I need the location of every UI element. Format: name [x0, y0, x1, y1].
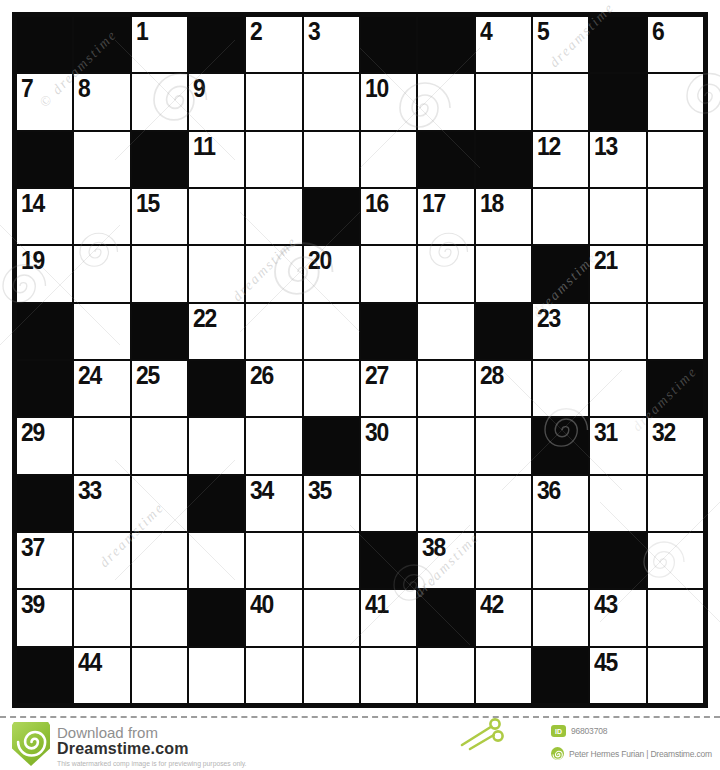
download-from-label: Download from [57, 724, 158, 741]
cell-r1c2 [74, 17, 129, 72]
cell-r7c4 [189, 361, 244, 416]
cell-r12c3[interactable] [132, 648, 187, 703]
cell-r8c11[interactable]: 31 [590, 418, 645, 473]
cell-r4c10[interactable] [533, 189, 588, 244]
clue-number: 38 [422, 534, 445, 561]
cut-line [0, 716, 720, 718]
cell-r1c6[interactable]: 3 [304, 17, 359, 72]
cell-r8c2[interactable] [74, 418, 129, 473]
cell-r9c3[interactable] [132, 476, 187, 531]
cell-r9c9[interactable] [476, 476, 531, 531]
cell-r12c8[interactable] [418, 648, 473, 703]
cell-r10c7 [361, 533, 416, 588]
cell-r8c7[interactable]: 30 [361, 418, 416, 473]
cell-r9c10[interactable]: 36 [533, 476, 588, 531]
cell-r6c8[interactable] [418, 304, 473, 359]
clue-number: 17 [422, 190, 445, 217]
cell-r10c3[interactable] [132, 533, 187, 588]
cell-r8c12[interactable]: 32 [648, 418, 703, 473]
cell-r3c7[interactable] [361, 132, 416, 187]
clue-number: 2 [250, 18, 261, 45]
clue-number: 24 [78, 362, 101, 389]
cell-r9c12[interactable] [648, 476, 703, 531]
cell-r3c3 [132, 132, 187, 187]
cell-r1c4 [189, 17, 244, 72]
cell-r6c6[interactable] [304, 304, 359, 359]
cell-r7c12 [648, 361, 703, 416]
clue-number: 22 [193, 305, 216, 332]
cell-r3c9 [476, 132, 531, 187]
cell-r12c7[interactable] [361, 648, 416, 703]
cell-r7c1 [17, 361, 72, 416]
cell-r2c7[interactable]: 10 [361, 74, 416, 129]
clue-number: 11 [193, 133, 215, 160]
cell-r8c5[interactable] [246, 418, 301, 473]
cell-r1c3[interactable]: 1 [132, 17, 187, 72]
cell-r9c7[interactable] [361, 476, 416, 531]
cell-r7c8[interactable] [418, 361, 473, 416]
clue-number: 20 [308, 247, 331, 274]
clue-number: 18 [480, 190, 503, 217]
cell-r11c3[interactable] [132, 590, 187, 645]
cell-r7c7[interactable]: 27 [361, 361, 416, 416]
cell-r8c1[interactable]: 29 [17, 418, 72, 473]
cell-r9c5[interactable]: 34 [246, 476, 301, 531]
cell-r4c9[interactable]: 18 [476, 189, 531, 244]
cell-r2c4[interactable]: 9 [189, 74, 244, 129]
cell-r8c3[interactable] [132, 418, 187, 473]
clue-number: 4 [480, 18, 491, 45]
cell-r4c2[interactable] [74, 189, 129, 244]
image-id-row: ID 96803708 [551, 725, 607, 737]
clue-number: 41 [365, 591, 388, 618]
cell-r2c1[interactable]: 7 [17, 74, 72, 129]
clue-number: 3 [308, 18, 319, 45]
cell-r2c11 [590, 74, 645, 129]
cell-r12c6[interactable] [304, 648, 359, 703]
cell-r12c11[interactable]: 45 [590, 648, 645, 703]
cell-r11c7[interactable]: 41 [361, 590, 416, 645]
cell-r1c9[interactable]: 4 [476, 17, 531, 72]
cell-r7c10[interactable] [533, 361, 588, 416]
cell-r6c2[interactable] [74, 304, 129, 359]
clue-number: 40 [250, 591, 273, 618]
cell-r4c11[interactable] [590, 189, 645, 244]
clue-number: 7 [21, 75, 32, 102]
clue-number: 15 [136, 190, 159, 217]
clue-number: 16 [365, 190, 388, 217]
cell-r6c5[interactable] [246, 304, 301, 359]
clue-number: 27 [365, 362, 388, 389]
cell-r10c12[interactable] [648, 533, 703, 588]
cell-r4c5[interactable] [246, 189, 301, 244]
cell-r5c5[interactable] [246, 246, 301, 301]
clue-number: 12 [537, 133, 560, 160]
cell-r1c1 [17, 17, 72, 72]
clue-number: 26 [250, 362, 273, 389]
disclaimer-text: This watermarked comp image is for previ… [57, 760, 247, 767]
cell-r2c3[interactable] [132, 74, 187, 129]
dreamstime-logo-icon [551, 747, 564, 760]
cell-r2c6[interactable] [304, 74, 359, 129]
cell-r12c5[interactable] [246, 648, 301, 703]
clue-number: 42 [480, 591, 503, 618]
cell-r9c11[interactable] [590, 476, 645, 531]
cell-r10c4[interactable] [189, 533, 244, 588]
cell-r5c9[interactable] [476, 246, 531, 301]
cell-r4c7[interactable]: 16 [361, 189, 416, 244]
cell-r4c12[interactable] [648, 189, 703, 244]
clue-number: 10 [365, 75, 388, 102]
cell-r5c11[interactable]: 21 [590, 246, 645, 301]
cell-r3c1 [17, 132, 72, 187]
clue-number: 30 [365, 419, 388, 446]
cell-r7c6[interactable] [304, 361, 359, 416]
cell-r3c6[interactable] [304, 132, 359, 187]
clue-number: 19 [21, 247, 44, 274]
cell-r2c10[interactable] [533, 74, 588, 129]
cell-r12c9[interactable] [476, 648, 531, 703]
clue-number: 25 [136, 362, 159, 389]
cell-r8c4[interactable] [189, 418, 244, 473]
scissors-icon [456, 718, 504, 754]
cell-r12c4[interactable] [189, 648, 244, 703]
cell-r10c11 [590, 533, 645, 588]
clue-number: 29 [21, 419, 44, 446]
cell-r4c1[interactable]: 14 [17, 189, 72, 244]
cell-r3c4[interactable]: 11 [189, 132, 244, 187]
cell-r6c12[interactable] [648, 304, 703, 359]
clue-number: 9 [193, 75, 204, 102]
cell-r8c10 [533, 418, 588, 473]
cell-r11c11[interactable]: 43 [590, 590, 645, 645]
cell-r3c10[interactable]: 12 [533, 132, 588, 187]
cell-r5c8[interactable] [418, 246, 473, 301]
cell-r2c8[interactable] [418, 74, 473, 129]
clue-number: 5 [537, 18, 548, 45]
cell-r10c6[interactable] [304, 533, 359, 588]
cell-r3c11[interactable]: 13 [590, 132, 645, 187]
image-id: 96803708 [571, 726, 607, 736]
cell-r1c8 [418, 17, 473, 72]
cell-r4c6 [304, 189, 359, 244]
cell-r8c9[interactable] [476, 418, 531, 473]
cell-r1c12[interactable]: 6 [648, 17, 703, 72]
clue-number: 36 [537, 477, 560, 504]
cell-r6c9 [476, 304, 531, 359]
clue-number: 23 [537, 305, 560, 332]
cell-r5c7[interactable] [361, 246, 416, 301]
cell-r3c5[interactable] [246, 132, 301, 187]
clue-number: 37 [21, 534, 44, 561]
cell-r10c9[interactable] [476, 533, 531, 588]
cell-r11c10[interactable] [533, 590, 588, 645]
cell-r11c8 [418, 590, 473, 645]
cell-r12c1 [17, 648, 72, 703]
cell-r10c1[interactable]: 37 [17, 533, 72, 588]
cell-r2c5[interactable] [246, 74, 301, 129]
clue-number: 43 [594, 591, 617, 618]
credit-row: Peter Hermes Furian | Dreamstime.com [551, 747, 712, 760]
cell-r3c2[interactable] [74, 132, 129, 187]
cell-r9c4 [189, 476, 244, 531]
cell-r10c5[interactable] [246, 533, 301, 588]
cell-r6c10[interactable]: 23 [533, 304, 588, 359]
cell-r9c6[interactable]: 35 [304, 476, 359, 531]
cell-r12c12[interactable] [648, 648, 703, 703]
cell-r11c4 [189, 590, 244, 645]
clue-number: 1 [136, 18, 147, 45]
clue-number: 35 [308, 477, 331, 504]
clue-number: 31 [594, 419, 617, 446]
cell-r5c4[interactable] [189, 246, 244, 301]
crossword-grid: 1234567891011121314151617181920212223242… [12, 12, 708, 708]
cell-r6c11[interactable] [590, 304, 645, 359]
cell-r7c9[interactable]: 28 [476, 361, 531, 416]
cell-r7c3[interactable]: 25 [132, 361, 187, 416]
cell-r11c9[interactable]: 42 [476, 590, 531, 645]
clue-number: 44 [78, 649, 101, 676]
cell-r3c8 [418, 132, 473, 187]
cell-r2c9[interactable] [476, 74, 531, 129]
cell-r5c6[interactable]: 20 [304, 246, 359, 301]
cell-r4c4[interactable] [189, 189, 244, 244]
clue-number: 28 [480, 362, 503, 389]
cell-r11c2[interactable] [74, 590, 129, 645]
clue-number: 21 [594, 247, 617, 274]
cell-r10c8[interactable]: 38 [418, 533, 473, 588]
credit-text: Peter Hermes Furian | Dreamstime.com [569, 749, 712, 759]
cell-r5c1[interactable]: 19 [17, 246, 72, 301]
cell-r4c3[interactable]: 15 [132, 189, 187, 244]
cell-r6c4[interactable]: 22 [189, 304, 244, 359]
cell-r1c7 [361, 17, 416, 72]
cell-r6c7 [361, 304, 416, 359]
cell-r5c12[interactable] [648, 246, 703, 301]
cell-r5c2[interactable] [74, 246, 129, 301]
cell-r7c2[interactable]: 24 [74, 361, 129, 416]
cell-r3c12[interactable] [648, 132, 703, 187]
cell-r12c2[interactable]: 44 [74, 648, 129, 703]
cell-r5c10 [533, 246, 588, 301]
cell-r2c2[interactable]: 8 [74, 74, 129, 129]
cell-r10c2[interactable] [74, 533, 129, 588]
cell-r8c6 [304, 418, 359, 473]
clue-number: 45 [594, 649, 617, 676]
id-badge-icon: ID [551, 725, 566, 737]
cell-r12c10 [533, 648, 588, 703]
cell-r7c11[interactable] [590, 361, 645, 416]
cell-r9c1 [17, 476, 72, 531]
cell-r11c1[interactable]: 39 [17, 590, 72, 645]
clue-number: 6 [652, 18, 663, 45]
cell-r1c5[interactable]: 2 [246, 17, 301, 72]
clue-number: 14 [21, 190, 44, 217]
site-name: Dreamstime.com [57, 740, 189, 758]
cell-r7c5[interactable]: 26 [246, 361, 301, 416]
dreamstime-shield-logo [12, 722, 50, 766]
cell-r11c5[interactable]: 40 [246, 590, 301, 645]
cell-r11c12[interactable] [648, 590, 703, 645]
clue-number: 8 [78, 75, 89, 102]
clue-number: 32 [652, 419, 675, 446]
cell-r1c11 [590, 17, 645, 72]
clue-number: 13 [594, 133, 617, 160]
cell-r9c2[interactable]: 33 [74, 476, 129, 531]
cell-r11c6[interactable] [304, 590, 359, 645]
cell-r5c3[interactable] [132, 246, 187, 301]
cell-r9c8[interactable] [418, 476, 473, 531]
clue-number: 34 [250, 477, 273, 504]
cell-r6c1 [17, 304, 72, 359]
cell-r1c10[interactable]: 5 [533, 17, 588, 72]
cell-r4c8[interactable]: 17 [418, 189, 473, 244]
cell-r8c8[interactable] [418, 418, 473, 473]
clue-number: 39 [21, 591, 44, 618]
cell-r10c10[interactable] [533, 533, 588, 588]
cell-r6c3 [132, 304, 187, 359]
clue-number: 33 [78, 477, 101, 504]
cell-r2c12[interactable] [648, 74, 703, 129]
